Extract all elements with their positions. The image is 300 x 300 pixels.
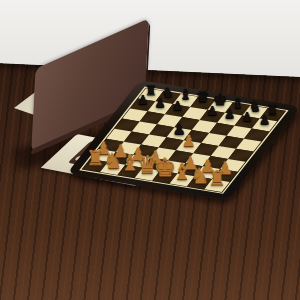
- chess-set-photo: ♜♞♝♛♚♝♞♜♟♟♟♟♟♟♟♟♟♟♟♟♟♟♟♟♜♞♝♛♚♝♞♜: [0, 0, 300, 300]
